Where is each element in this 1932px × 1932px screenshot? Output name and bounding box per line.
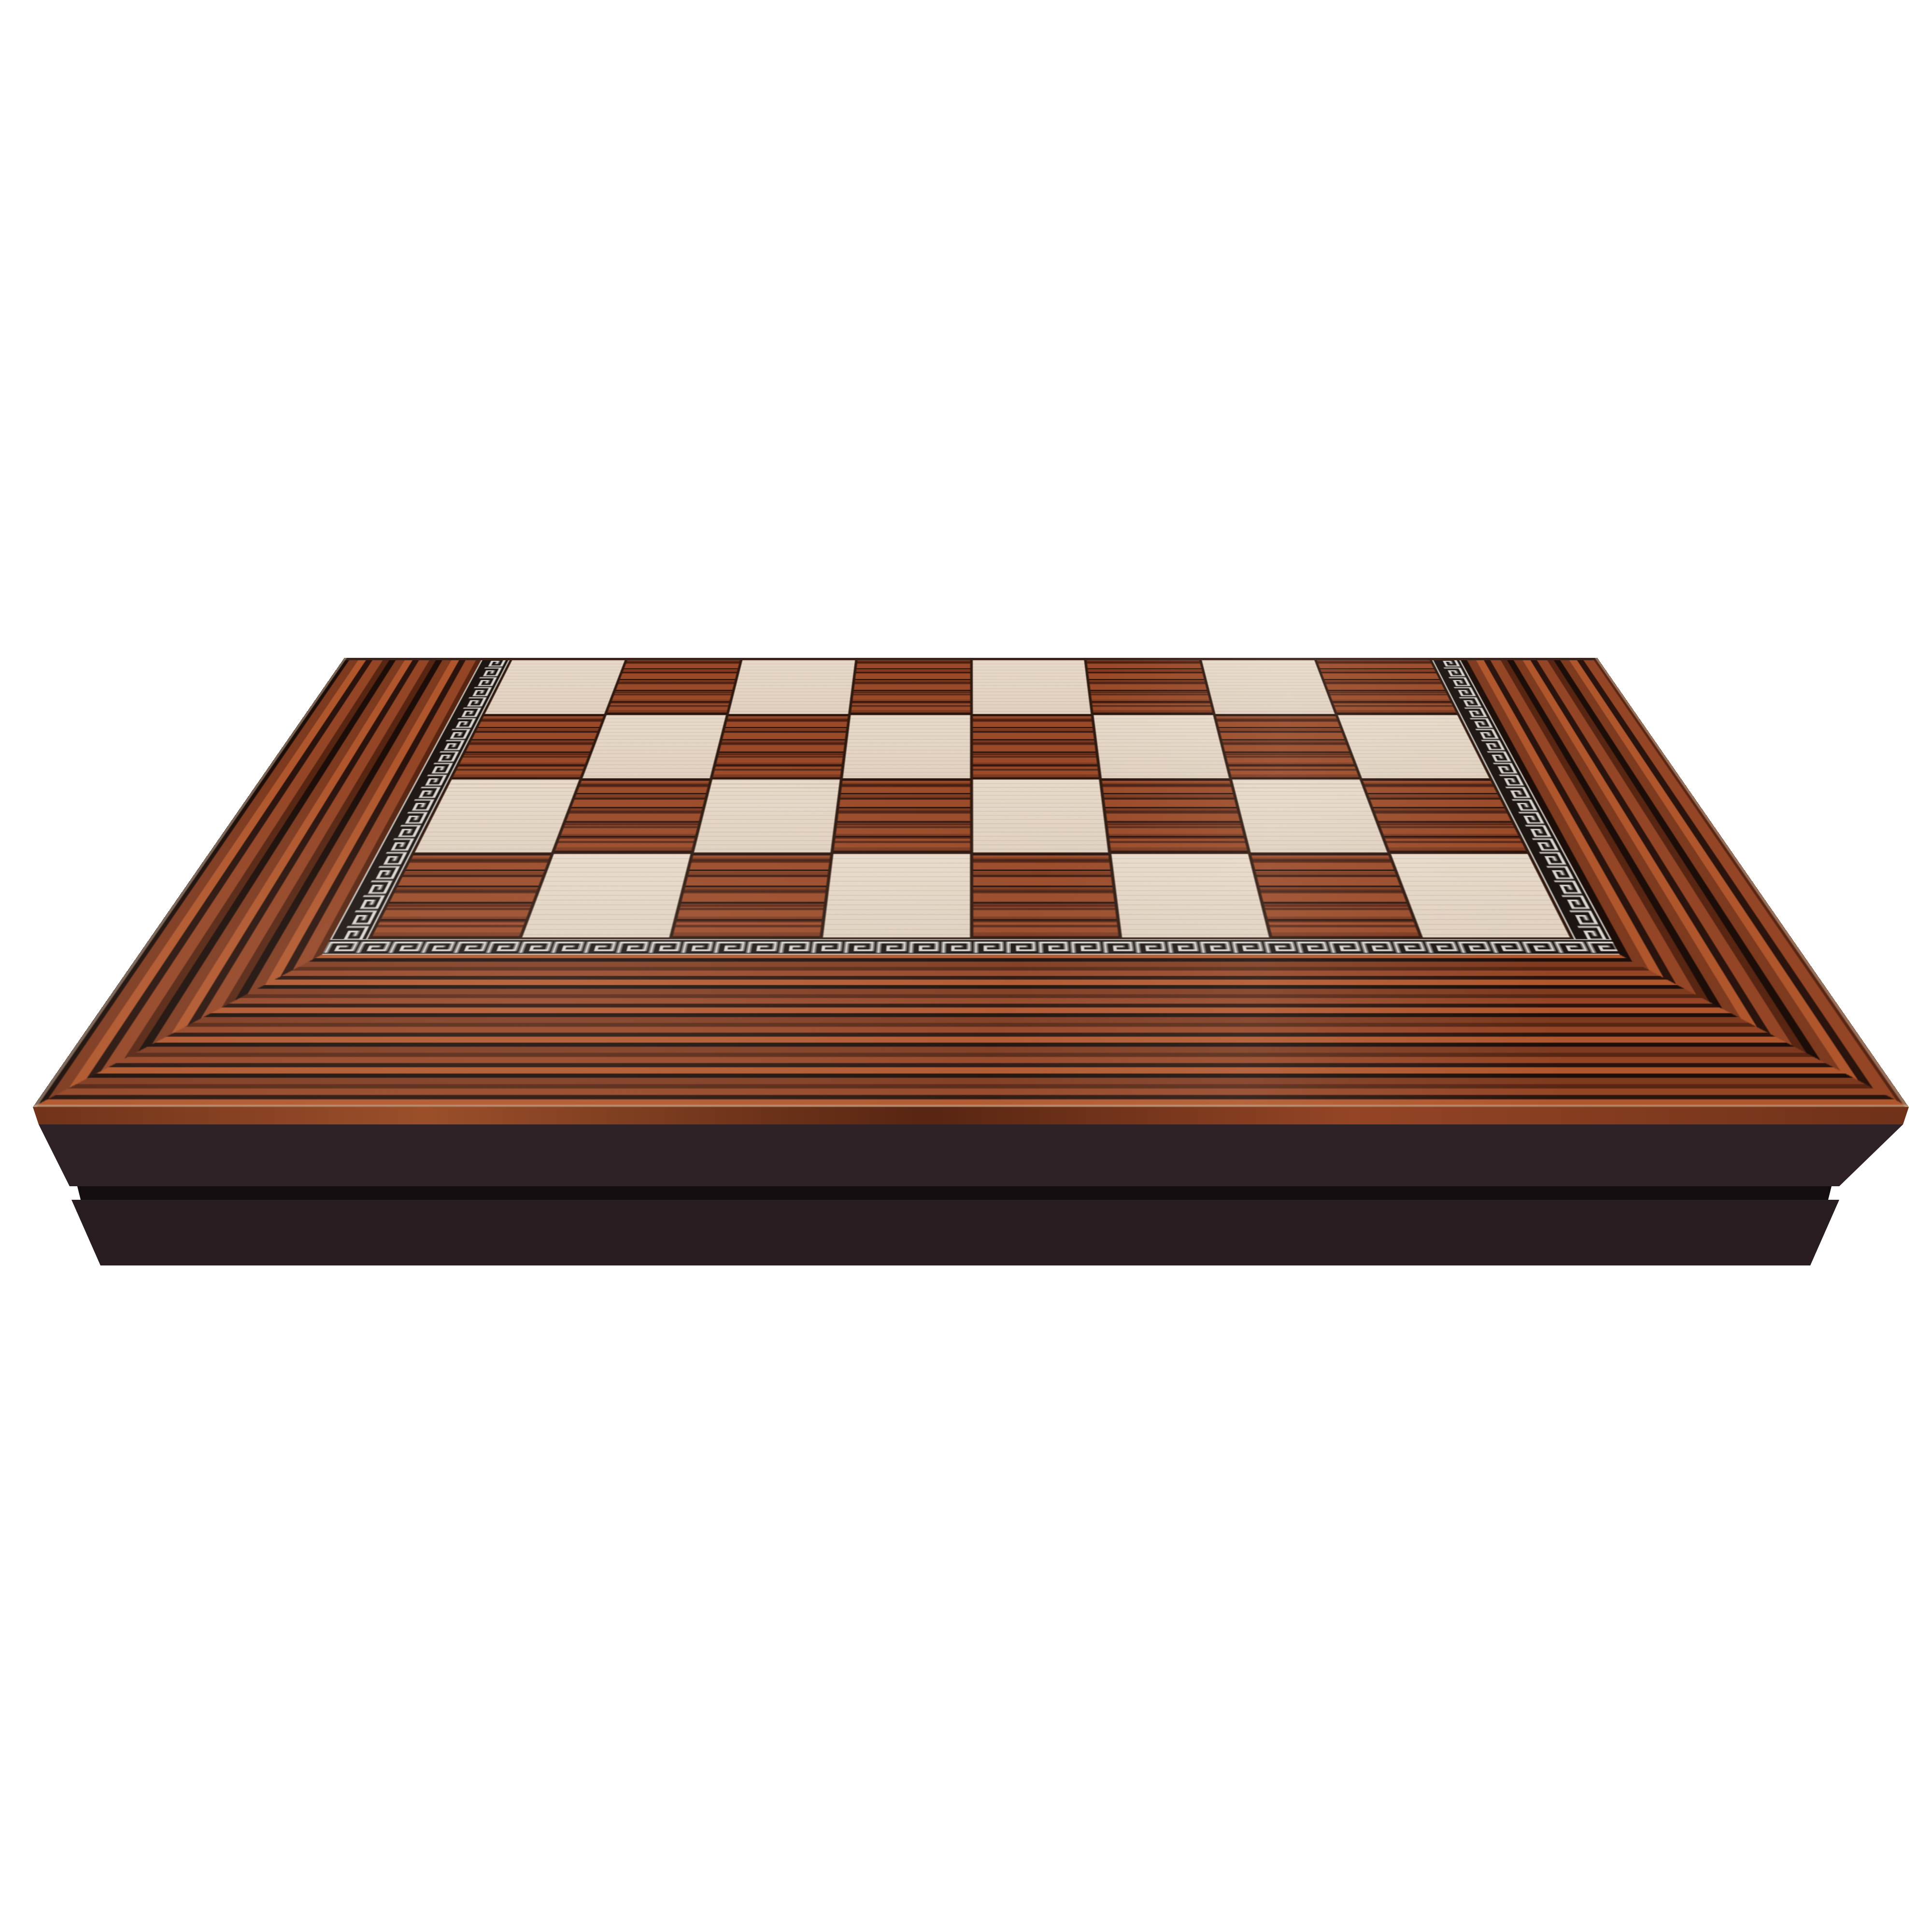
square-b-row2 [582,715,726,778]
bevel-highlight-front [33,1105,1909,1107]
square-c-row4 [672,853,830,938]
square-f-row2 [1094,715,1229,778]
square-g-row2 [1216,715,1360,778]
square-g-row4 [1251,853,1420,938]
board-top-face [33,658,1909,1107]
square-f-row4 [1112,853,1269,938]
square-d-row3 [833,780,969,852]
square-d-row1 [851,658,970,714]
greek-key-pattern-front [323,940,1619,954]
square-e-row1 [972,658,1092,714]
square-d-row2 [842,715,969,778]
square-f-row1 [1087,658,1213,714]
square-e-row2 [972,715,1099,778]
chessboard-grid [368,658,1574,939]
square-a-row1 [485,658,625,714]
square-g-row3 [1233,780,1387,852]
square-f-row3 [1102,780,1248,852]
square-b-row1 [607,658,740,714]
square-e-row4 [972,853,1119,938]
square-d-row4 [823,853,969,938]
square-g-row1 [1202,658,1335,714]
product-photo-scene [0,0,1932,1932]
square-c-row2 [712,715,848,778]
greek-key-border-front [322,939,1620,954]
square-b-row4 [522,853,690,938]
hinge-back-edge-line [342,658,1599,660]
square-b-row3 [554,780,709,852]
square-c-row1 [729,658,855,714]
square-c-row3 [694,780,839,852]
square-e-row3 [972,780,1108,852]
